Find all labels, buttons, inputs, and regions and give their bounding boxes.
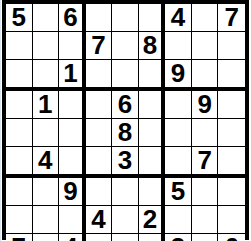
sudoku-cell-r3c4[interactable] bbox=[86, 60, 113, 91]
sudoku-cell-r1c8[interactable] bbox=[192, 4, 219, 32]
sudoku-cell-r3c6[interactable] bbox=[139, 60, 166, 91]
sudoku-cell-r3c8[interactable] bbox=[192, 60, 219, 91]
sudoku-cell-r1c6[interactable] bbox=[139, 4, 166, 32]
sudoku-cell-r1c1[interactable]: 5 bbox=[6, 4, 33, 32]
sudoku-cell-r6c2[interactable]: 4 bbox=[33, 147, 60, 178]
sudoku-board: 56477819169843795427436 bbox=[2, 0, 249, 240]
sudoku-cell-r8c5[interactable] bbox=[112, 206, 139, 234]
sudoku-cell-r3c7[interactable]: 9 bbox=[165, 60, 192, 91]
sudoku-cell-r3c9[interactable] bbox=[218, 60, 245, 91]
sudoku-cell-r8c3[interactable] bbox=[59, 206, 86, 234]
sudoku-cell-r2c1[interactable] bbox=[6, 32, 33, 60]
sudoku-cell-r8c9[interactable] bbox=[218, 206, 245, 234]
sudoku-cell-r5c6[interactable] bbox=[139, 119, 166, 147]
sudoku-cell-r4c3[interactable] bbox=[59, 91, 86, 119]
sudoku-cell-r7c6[interactable] bbox=[139, 178, 166, 206]
sudoku-cell-r2c4[interactable]: 7 bbox=[86, 32, 113, 60]
sudoku-cell-r6c6[interactable] bbox=[139, 147, 166, 178]
sudoku-cell-r3c3[interactable]: 1 bbox=[59, 60, 86, 91]
sudoku-cell-r8c4[interactable]: 4 bbox=[86, 206, 113, 234]
sudoku-cell-r7c4[interactable] bbox=[86, 178, 113, 206]
sudoku-cell-r7c8[interactable] bbox=[192, 178, 219, 206]
sudoku-cell-r4c5[interactable]: 6 bbox=[112, 91, 139, 119]
sudoku-cell-r3c2[interactable] bbox=[33, 60, 60, 91]
sudoku-cell-r7c1[interactable] bbox=[6, 178, 33, 206]
sudoku-cell-r4c8[interactable]: 9 bbox=[192, 91, 219, 119]
sudoku-cell-r3c5[interactable] bbox=[112, 60, 139, 91]
sudoku-cell-r7c3[interactable]: 9 bbox=[59, 178, 86, 206]
sudoku-cell-r2c7[interactable] bbox=[165, 32, 192, 60]
sudoku-cell-r1c2[interactable] bbox=[33, 4, 60, 32]
sudoku-cell-r4c4[interactable] bbox=[86, 91, 113, 119]
spreadsheet-gridline-left bbox=[0, 0, 1, 242]
sudoku-cell-r1c3[interactable]: 6 bbox=[59, 4, 86, 32]
sudoku-cell-r2c6[interactable]: 8 bbox=[139, 32, 166, 60]
sudoku-cell-r1c7[interactable]: 4 bbox=[165, 4, 192, 32]
sudoku-cell-r1c4[interactable] bbox=[86, 4, 113, 32]
sudoku-cell-r3c1[interactable] bbox=[6, 60, 33, 91]
sudoku-cell-r2c9[interactable] bbox=[218, 32, 245, 60]
sudoku-cell-r8c2[interactable] bbox=[33, 206, 60, 234]
sudoku-cell-r6c9[interactable] bbox=[218, 147, 245, 178]
sudoku-cell-r8c8[interactable] bbox=[192, 206, 219, 234]
sudoku-cell-r6c1[interactable] bbox=[6, 147, 33, 178]
sudoku-cell-r4c9[interactable] bbox=[218, 91, 245, 119]
sudoku-cell-r5c9[interactable] bbox=[218, 119, 245, 147]
sudoku-cell-r2c3[interactable] bbox=[59, 32, 86, 60]
sudoku-cell-r8c7[interactable] bbox=[165, 206, 192, 234]
sudoku-cell-r5c3[interactable] bbox=[59, 119, 86, 147]
sudoku-cell-r6c3[interactable] bbox=[59, 147, 86, 178]
sudoku-cell-r6c4[interactable] bbox=[86, 147, 113, 178]
sudoku-cell-r2c8[interactable] bbox=[192, 32, 219, 60]
sudoku-cell-r7c5[interactable] bbox=[112, 178, 139, 206]
sudoku-cell-r1c9[interactable]: 7 bbox=[218, 4, 245, 32]
sudoku-cell-r7c9[interactable] bbox=[218, 178, 245, 206]
sudoku-cell-r8c1[interactable] bbox=[6, 206, 33, 234]
sudoku-cell-r5c5[interactable]: 8 bbox=[112, 119, 139, 147]
sudoku-cell-r6c7[interactable] bbox=[165, 147, 192, 178]
sudoku-cell-r2c5[interactable] bbox=[112, 32, 139, 60]
sudoku-cell-r6c8[interactable]: 7 bbox=[192, 147, 219, 178]
sudoku-cell-r7c7[interactable]: 5 bbox=[165, 178, 192, 206]
sudoku-cell-r1c5[interactable] bbox=[112, 4, 139, 32]
sudoku-cell-r5c4[interactable] bbox=[86, 119, 113, 147]
sudoku-cell-r6c5[interactable]: 3 bbox=[112, 147, 139, 178]
sudoku-cell-r2c2[interactable] bbox=[33, 32, 60, 60]
sudoku-cell-r5c2[interactable] bbox=[33, 119, 60, 147]
sudoku-cell-r7c2[interactable] bbox=[33, 178, 60, 206]
sudoku-cell-r4c2[interactable]: 1 bbox=[33, 91, 60, 119]
sudoku-cell-r4c7[interactable] bbox=[165, 91, 192, 119]
sudoku-cell-r8c6[interactable]: 2 bbox=[139, 206, 166, 234]
sudoku-cell-r5c7[interactable] bbox=[165, 119, 192, 147]
sudoku-cell-r5c8[interactable] bbox=[192, 119, 219, 147]
spreadsheet-background: 56477819169843795427436 bbox=[0, 0, 251, 242]
sudoku-cell-r5c1[interactable] bbox=[6, 119, 33, 147]
sudoku-cell-r4c1[interactable] bbox=[6, 91, 33, 119]
sudoku-cell-r4c6[interactable] bbox=[139, 91, 166, 119]
